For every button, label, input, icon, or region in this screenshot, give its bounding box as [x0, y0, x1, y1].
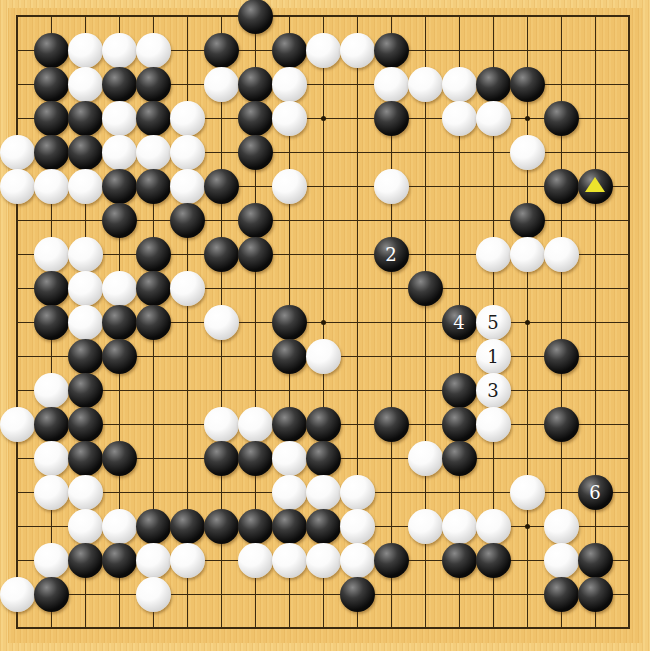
- black-stone: [102, 339, 137, 374]
- black-stone: [238, 237, 273, 272]
- black-stone: [68, 543, 103, 578]
- black-stone: [34, 577, 69, 612]
- white-stone: [136, 135, 171, 170]
- move-number-label: 3: [476, 373, 511, 408]
- white-stone: [340, 509, 375, 544]
- black-stone: [34, 271, 69, 306]
- white-stone: [306, 543, 341, 578]
- white-stone: [442, 509, 477, 544]
- go-board[interactable]: 123456: [0, 0, 650, 651]
- black-stone: [544, 339, 579, 374]
- black-stone: [136, 509, 171, 544]
- white-stone: [170, 271, 205, 306]
- black-stone: [476, 543, 511, 578]
- black-stone: [442, 373, 477, 408]
- black-stone: [578, 577, 613, 612]
- white-stone: [102, 33, 137, 68]
- black-stone: [442, 407, 477, 442]
- grid-line-vertical: [595, 15, 596, 629]
- white-stone: [170, 101, 205, 136]
- black-stone: [374, 33, 409, 68]
- black-stone: [238, 509, 273, 544]
- star-point: [525, 320, 530, 325]
- white-stone: [272, 169, 307, 204]
- white-stone: [0, 135, 35, 170]
- black-stone: [136, 169, 171, 204]
- white-stone: [170, 135, 205, 170]
- white-stone: [68, 33, 103, 68]
- star-point: [321, 320, 326, 325]
- black-stone: [34, 67, 69, 102]
- white-stone: [0, 407, 35, 442]
- black-stone: [34, 101, 69, 136]
- grid-line-horizontal: [16, 627, 630, 629]
- black-stone: [544, 407, 579, 442]
- black-stone: [272, 407, 307, 442]
- white-stone: [476, 509, 511, 544]
- black-stone: [476, 67, 511, 102]
- move-number-label: 2: [374, 237, 409, 272]
- white-stone: [204, 305, 239, 340]
- white-stone: [136, 33, 171, 68]
- black-stone: [102, 441, 137, 476]
- black-stone: [544, 577, 579, 612]
- black-stone: [306, 509, 341, 544]
- black-stone: [136, 237, 171, 272]
- white-stone: [442, 67, 477, 102]
- black-stone: [510, 203, 545, 238]
- move-number-label: 5: [476, 305, 511, 340]
- star-point: [525, 116, 530, 121]
- white-stone: [306, 33, 341, 68]
- grid-line-horizontal: [16, 594, 630, 595]
- white-stone: [0, 169, 35, 204]
- white-stone: [510, 475, 545, 510]
- white-stone: [136, 543, 171, 578]
- black-stone: [442, 543, 477, 578]
- black-stone: [578, 543, 613, 578]
- white-stone: [170, 543, 205, 578]
- black-stone: [34, 305, 69, 340]
- star-point: [525, 524, 530, 529]
- black-stone: [102, 169, 137, 204]
- black-stone: [306, 441, 341, 476]
- white-stone: [68, 169, 103, 204]
- black-stone: [340, 577, 375, 612]
- white-stone: [102, 135, 137, 170]
- black-stone: [136, 271, 171, 306]
- black-stone: [238, 67, 273, 102]
- white-stone: [136, 577, 171, 612]
- white-stone: [102, 509, 137, 544]
- white-stone: [272, 441, 307, 476]
- grid-line-vertical: [628, 15, 630, 629]
- white-stone: [68, 271, 103, 306]
- black-stone: [544, 169, 579, 204]
- white-stone: [68, 305, 103, 340]
- white-stone: [544, 237, 579, 272]
- white-stone: [340, 475, 375, 510]
- black-stone: [68, 441, 103, 476]
- black-stone: [34, 33, 69, 68]
- white-stone: [102, 271, 137, 306]
- white-stone: [170, 169, 205, 204]
- white-stone: [34, 237, 69, 272]
- white-stone: [0, 577, 35, 612]
- black-stone: [136, 101, 171, 136]
- white-stone: [34, 169, 69, 204]
- white-stone: [238, 543, 273, 578]
- white-stone: [510, 237, 545, 272]
- white-stone: [510, 135, 545, 170]
- black-stone: [238, 101, 273, 136]
- black-stone: [34, 407, 69, 442]
- move-number-label: 6: [578, 475, 613, 510]
- black-stone: [272, 339, 307, 374]
- white-stone: [408, 67, 443, 102]
- white-stone: [476, 407, 511, 442]
- black-stone: [102, 67, 137, 102]
- white-stone: [476, 237, 511, 272]
- black-stone: [238, 441, 273, 476]
- black-stone: [374, 101, 409, 136]
- white-stone: [68, 67, 103, 102]
- white-stone: [34, 441, 69, 476]
- black-stone: [238, 0, 273, 34]
- black-stone: [68, 339, 103, 374]
- white-stone: [68, 509, 103, 544]
- white-stone: [34, 373, 69, 408]
- go-app-window: 123456: [0, 0, 650, 651]
- white-stone: [408, 441, 443, 476]
- white-stone: [272, 101, 307, 136]
- black-stone: [136, 305, 171, 340]
- black-stone: [204, 237, 239, 272]
- black-stone: [102, 203, 137, 238]
- black-stone: [34, 135, 69, 170]
- white-stone: [102, 101, 137, 136]
- black-stone: [272, 305, 307, 340]
- white-stone: [340, 543, 375, 578]
- black-stone: [68, 101, 103, 136]
- black-stone: [510, 67, 545, 102]
- white-stone: [374, 67, 409, 102]
- white-stone: [340, 33, 375, 68]
- white-stone: [34, 475, 69, 510]
- white-stone: [442, 101, 477, 136]
- black-stone: [136, 67, 171, 102]
- black-stone: [68, 407, 103, 442]
- black-stone: [272, 33, 307, 68]
- white-stone: [544, 543, 579, 578]
- white-stone: [34, 543, 69, 578]
- black-stone: [204, 169, 239, 204]
- black-stone: [238, 203, 273, 238]
- black-stone: [306, 407, 341, 442]
- black-stone: [408, 271, 443, 306]
- black-stone: [102, 305, 137, 340]
- black-stone: [272, 509, 307, 544]
- black-stone: [102, 543, 137, 578]
- white-stone: [306, 475, 341, 510]
- black-stone: [374, 543, 409, 578]
- black-stone: [238, 135, 273, 170]
- black-stone: [544, 101, 579, 136]
- white-stone: [272, 475, 307, 510]
- white-stone: [374, 169, 409, 204]
- triangle-marker-icon: [585, 177, 605, 192]
- black-stone: [204, 33, 239, 68]
- white-stone: [272, 67, 307, 102]
- black-stone: [204, 509, 239, 544]
- white-stone: [68, 237, 103, 272]
- white-stone: [204, 67, 239, 102]
- grid-line-horizontal: [16, 390, 630, 391]
- white-stone: [272, 543, 307, 578]
- white-stone: [204, 407, 239, 442]
- move-number-label: 1: [476, 339, 511, 374]
- star-point: [321, 116, 326, 121]
- black-stone: [374, 407, 409, 442]
- black-stone: [170, 509, 205, 544]
- white-stone: [408, 509, 443, 544]
- white-stone: [544, 509, 579, 544]
- black-stone: [68, 135, 103, 170]
- white-stone: [68, 475, 103, 510]
- black-stone: [442, 441, 477, 476]
- white-stone: [306, 339, 341, 374]
- white-stone: [476, 101, 511, 136]
- white-stone: [238, 407, 273, 442]
- black-stone: [68, 373, 103, 408]
- move-number-label: 4: [442, 305, 477, 340]
- black-stone: [204, 441, 239, 476]
- black-stone: [170, 203, 205, 238]
